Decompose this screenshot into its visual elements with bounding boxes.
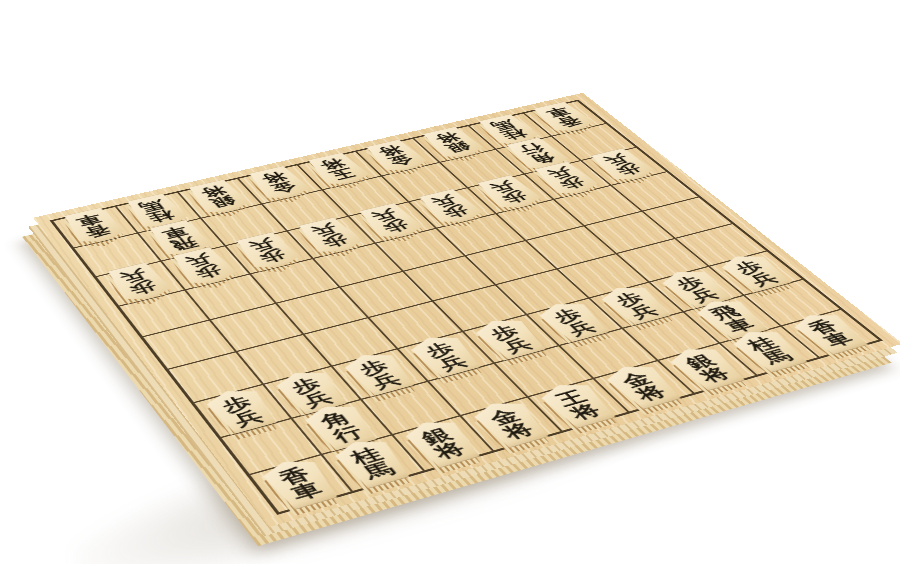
shogi-photo-scene: 香車桂馬銀将金将玉将金将銀将桂馬香車飛車角行歩兵歩兵歩兵歩兵歩兵歩兵歩兵歩兵歩兵… bbox=[0, 0, 900, 564]
board-surface: 香車桂馬銀将金将玉将金将銀将桂馬香車飛車角行歩兵歩兵歩兵歩兵歩兵歩兵歩兵歩兵歩兵… bbox=[33, 93, 900, 527]
board-grid: 香車桂馬銀将金将玉将金将銀将桂馬香車飛車角行歩兵歩兵歩兵歩兵歩兵歩兵歩兵歩兵歩兵… bbox=[50, 100, 883, 515]
shogi-board: 香車桂馬銀将金将玉将金将銀将桂馬香車飛車角行歩兵歩兵歩兵歩兵歩兵歩兵歩兵歩兵歩兵… bbox=[33, 93, 900, 527]
